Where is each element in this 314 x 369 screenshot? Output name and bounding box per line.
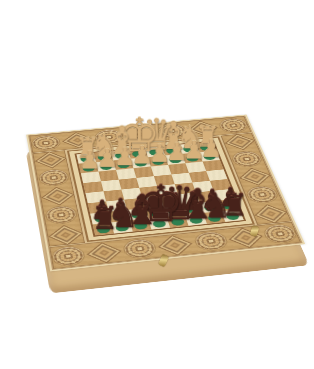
rosette-carving bbox=[31, 135, 60, 151]
diamond-carving bbox=[48, 225, 82, 245]
diamond-carving bbox=[34, 151, 65, 168]
diamond-carving bbox=[87, 242, 122, 263]
diamond-carving bbox=[239, 168, 270, 186]
rosette-carving bbox=[45, 205, 77, 224]
square-h8[interactable]: ♜ bbox=[93, 222, 114, 235]
rosette-carving bbox=[39, 169, 70, 187]
rosette-carving bbox=[193, 231, 228, 252]
board-grid: ♜♞♝♚♛♝♞♜♟♟♟♟♟♟♟♟♟♟♟♟♟♟♟♟♜♞♝♚♛♝♞♜ bbox=[77, 142, 244, 236]
rosette-carving bbox=[123, 238, 157, 259]
rosette-carving bbox=[52, 246, 86, 267]
white-pawn[interactable]: ♟ bbox=[79, 148, 101, 173]
black-rook[interactable]: ♜ bbox=[91, 204, 118, 235]
rosette-carving bbox=[218, 118, 249, 134]
diamond-carving bbox=[254, 204, 287, 223]
board-surface: ♜♞♝♚♛♝♞♜♟♟♟♟♟♟♟♟♟♟♟♟♟♟♟♟♜♞♝♚♛♝♞♜ bbox=[26, 114, 305, 271]
diamond-carving bbox=[41, 187, 74, 205]
rosette-carving bbox=[262, 224, 298, 244]
diamond-carving bbox=[158, 235, 192, 255]
square-h2[interactable]: ♟ bbox=[79, 162, 99, 173]
chess-set-photo: ♜♞♝♚♛♝♞♜♟♟♟♟♟♟♟♟♟♟♟♟♟♟♟♟♜♞♝♚♛♝♞♜ bbox=[0, 0, 314, 369]
rosette-carving bbox=[245, 186, 279, 205]
diamond-carving bbox=[224, 134, 254, 150]
chess-board: ♜♞♝♚♛♝♞♜♟♟♟♟♟♟♟♟♟♟♟♟♟♟♟♟♜♞♝♚♛♝♞♜ bbox=[26, 114, 305, 271]
rosette-carving bbox=[231, 150, 264, 167]
